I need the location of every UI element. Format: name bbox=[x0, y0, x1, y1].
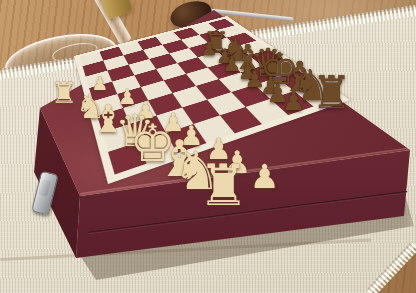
piece-black-pawn[interactable]: ♟ bbox=[201, 40, 218, 59]
piece-white-rook[interactable]: ♜ bbox=[51, 79, 77, 108]
piece-white-rook[interactable]: ♜ bbox=[198, 157, 249, 214]
piece-black-rook[interactable]: ♜ bbox=[311, 70, 351, 115]
piece-black-pawn[interactable]: ♟ bbox=[282, 89, 305, 115]
piece-white-pawn[interactable]: ♟ bbox=[250, 160, 280, 193]
chess-set-photo: ♜♞♝♛♚♝♞♜♟♟♟♟♟♟♟♟♜♞♝♛♚♝♞♜♟♟♟♟♟♟♟♟ bbox=[0, 0, 416, 293]
